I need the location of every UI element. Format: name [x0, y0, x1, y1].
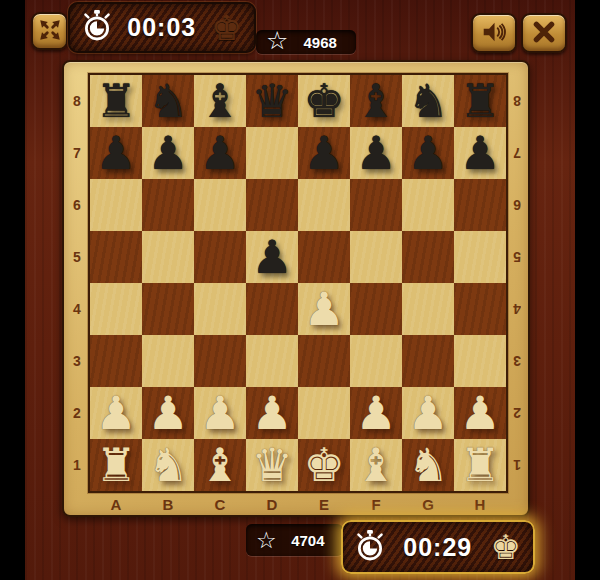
chess-board-frame: ♜♞♝♛♚♝♞♜♟♟♟♟♟♟♟♟♟♟♟♟♟♟♟♟♜♞♝♛♚♝♞♜ 8765432…: [62, 60, 530, 517]
rank-label-4: 4: [64, 283, 90, 335]
rank-label-8: 8: [506, 75, 528, 127]
square-d3[interactable]: [246, 335, 298, 387]
piece-black-rook[interactable]: ♜: [454, 75, 506, 127]
square-g2[interactable]: ♟: [402, 387, 454, 439]
square-g3[interactable]: [402, 335, 454, 387]
rank-label-3: 3: [64, 335, 90, 387]
square-e6[interactable]: [298, 179, 350, 231]
square-a5[interactable]: [90, 231, 142, 283]
piece-white-pawn[interactable]: ♟: [402, 387, 454, 439]
square-f7[interactable]: ♟: [350, 127, 402, 179]
white-rating-panel: ☆ 4704: [246, 524, 343, 556]
square-f4[interactable]: [350, 283, 402, 335]
square-d1[interactable]: ♛: [246, 439, 298, 491]
fullscreen-button[interactable]: [31, 12, 68, 50]
piece-white-pawn[interactable]: ♟: [298, 283, 350, 335]
square-g8[interactable]: ♞: [402, 75, 454, 127]
square-a4[interactable]: [90, 283, 142, 335]
rank-label-5: 5: [506, 231, 528, 283]
sound-button[interactable]: [471, 13, 517, 53]
square-a1[interactable]: ♜: [90, 439, 142, 491]
close-x-icon: [531, 19, 557, 48]
square-b5[interactable]: [142, 231, 194, 283]
square-c6[interactable]: [194, 179, 246, 231]
piece-black-pawn[interactable]: ♟: [454, 127, 506, 179]
piece-white-pawn[interactable]: ♟: [350, 387, 402, 439]
piece-white-bishop[interactable]: ♝: [194, 439, 246, 491]
square-f6[interactable]: [350, 179, 402, 231]
square-g5[interactable]: [402, 231, 454, 283]
piece-white-knight[interactable]: ♞: [402, 439, 454, 491]
piece-white-king[interactable]: ♚: [298, 439, 350, 491]
file-label-f: F: [350, 494, 402, 515]
square-c7[interactable]: ♟: [194, 127, 246, 179]
square-f5[interactable]: [350, 231, 402, 283]
piece-black-pawn[interactable]: ♟: [246, 231, 298, 283]
white-king-icon: ♚: [491, 530, 521, 564]
rank-label-7: 7: [64, 127, 90, 179]
square-g1[interactable]: ♞: [402, 439, 454, 491]
square-a3[interactable]: [90, 335, 142, 387]
rank-label-1: 1: [64, 439, 90, 491]
square-b3[interactable]: [142, 335, 194, 387]
square-b8[interactable]: ♞: [142, 75, 194, 127]
rank-label-8: 8: [64, 75, 90, 127]
rank-label-4: 4: [506, 283, 528, 335]
game-screen: ♜♞♝♛♚♝♞♜♟♟♟♟♟♟♟♟♟♟♟♟♟♟♟♟♜♞♝♛♚♝♞♜ 8765432…: [0, 0, 600, 580]
piece-white-rook[interactable]: ♜: [90, 439, 142, 491]
piece-white-knight[interactable]: ♞: [142, 439, 194, 491]
square-f3[interactable]: [350, 335, 402, 387]
piece-white-pawn[interactable]: ♟: [90, 387, 142, 439]
square-d7[interactable]: [246, 127, 298, 179]
square-d6[interactable]: [246, 179, 298, 231]
file-label-c: C: [194, 494, 246, 515]
square-a6[interactable]: [90, 179, 142, 231]
rank-label-1: 1: [506, 439, 528, 491]
black-rating-panel: ☆ 4968: [256, 30, 356, 54]
piece-white-pawn[interactable]: ♟: [454, 387, 506, 439]
square-c2[interactable]: ♟: [194, 387, 246, 439]
file-label-g: G: [402, 494, 454, 515]
square-c8[interactable]: ♝: [194, 75, 246, 127]
rank-labels-left: 87654321: [64, 75, 90, 491]
square-c5[interactable]: [194, 231, 246, 283]
white-player-clock-active: 00:29 ♚: [341, 520, 535, 574]
square-d5[interactable]: ♟: [246, 231, 298, 283]
white-clock-time: 00:29: [391, 533, 485, 562]
square-h1[interactable]: ♜: [454, 439, 506, 491]
rank-label-6: 6: [64, 179, 90, 231]
square-e1[interactable]: ♚: [298, 439, 350, 491]
stopwatch-icon: [355, 529, 385, 566]
square-f8[interactable]: ♝: [350, 75, 402, 127]
piece-white-pawn[interactable]: ♟: [142, 387, 194, 439]
square-d2[interactable]: ♟: [246, 387, 298, 439]
piece-black-pawn[interactable]: ♟: [90, 127, 142, 179]
square-h7[interactable]: ♟: [454, 127, 506, 179]
piece-white-pawn[interactable]: ♟: [194, 387, 246, 439]
square-g6[interactable]: [402, 179, 454, 231]
piece-white-rook[interactable]: ♜: [454, 439, 506, 491]
square-b4[interactable]: [142, 283, 194, 335]
file-label-b: B: [142, 494, 194, 515]
black-clock-time: 00:03: [118, 13, 206, 42]
square-e2[interactable]: [298, 387, 350, 439]
stopwatch-icon: [82, 9, 112, 46]
square-f2[interactable]: ♟: [350, 387, 402, 439]
square-h6[interactable]: [454, 179, 506, 231]
square-h5[interactable]: [454, 231, 506, 283]
black-player-clock: 00:03 ♚: [68, 2, 256, 53]
square-b1[interactable]: ♞: [142, 439, 194, 491]
square-g7[interactable]: ♟: [402, 127, 454, 179]
rank-label-5: 5: [64, 231, 90, 283]
piece-black-bishop[interactable]: ♝: [350, 75, 402, 127]
square-h3[interactable]: [454, 335, 506, 387]
rank-label-7: 7: [506, 127, 528, 179]
square-c1[interactable]: ♝: [194, 439, 246, 491]
square-f1[interactable]: ♝: [350, 439, 402, 491]
piece-black-queen[interactable]: ♛: [246, 75, 298, 127]
file-label-e: E: [298, 494, 350, 515]
white-rating-value: 4704: [283, 532, 333, 549]
square-b2[interactable]: ♟: [142, 387, 194, 439]
rank-label-2: 2: [506, 387, 528, 439]
piece-black-pawn[interactable]: ♟: [402, 127, 454, 179]
square-a2[interactable]: ♟: [90, 387, 142, 439]
piece-black-bishop[interactable]: ♝: [194, 75, 246, 127]
file-label-a: A: [90, 494, 142, 515]
piece-black-king[interactable]: ♚: [298, 75, 350, 127]
piece-white-bishop[interactable]: ♝: [350, 439, 402, 491]
piece-black-rook[interactable]: ♜: [90, 75, 142, 127]
star-icon: ☆: [266, 28, 288, 53]
square-e5[interactable]: [298, 231, 350, 283]
file-labels: ABCDEFGH: [90, 494, 506, 515]
square-g4[interactable]: [402, 283, 454, 335]
file-label-d: D: [246, 494, 298, 515]
square-h8[interactable]: ♜: [454, 75, 506, 127]
square-d4[interactable]: [246, 283, 298, 335]
expand-arrows-icon: [37, 17, 63, 46]
rank-label-6: 6: [506, 179, 528, 231]
square-h2[interactable]: ♟: [454, 387, 506, 439]
file-label-h: H: [454, 494, 506, 515]
square-c4[interactable]: [194, 283, 246, 335]
rank-labels-right: 87654321: [506, 75, 528, 491]
square-e3[interactable]: [298, 335, 350, 387]
chess-board: ♜♞♝♛♚♝♞♜♟♟♟♟♟♟♟♟♟♟♟♟♟♟♟♟♜♞♝♛♚♝♞♜: [90, 75, 506, 491]
square-d8[interactable]: ♛: [246, 75, 298, 127]
piece-white-queen[interactable]: ♛: [246, 439, 298, 491]
star-icon: ☆: [256, 529, 277, 552]
square-c3[interactable]: [194, 335, 246, 387]
black-rating-value: 4968: [294, 34, 346, 51]
piece-black-pawn[interactable]: ♟: [194, 127, 246, 179]
piece-black-knight[interactable]: ♞: [142, 75, 194, 127]
square-e7[interactable]: ♟: [298, 127, 350, 179]
square-a8[interactable]: ♜: [90, 75, 142, 127]
square-b6[interactable]: [142, 179, 194, 231]
piece-black-knight[interactable]: ♞: [402, 75, 454, 127]
rank-label-2: 2: [64, 387, 90, 439]
piece-black-pawn[interactable]: ♟: [298, 127, 350, 179]
square-h4[interactable]: [454, 283, 506, 335]
piece-white-pawn[interactable]: ♟: [246, 387, 298, 439]
close-button[interactable]: [521, 13, 567, 53]
black-king-icon: ♚: [212, 11, 242, 45]
square-b7[interactable]: ♟: [142, 127, 194, 179]
rank-label-3: 3: [506, 335, 528, 387]
square-e8[interactable]: ♚: [298, 75, 350, 127]
speaker-icon: [480, 19, 508, 48]
square-e4[interactable]: ♟: [298, 283, 350, 335]
piece-black-pawn[interactable]: ♟: [142, 127, 194, 179]
square-a7[interactable]: ♟: [90, 127, 142, 179]
piece-black-pawn[interactable]: ♟: [350, 127, 402, 179]
